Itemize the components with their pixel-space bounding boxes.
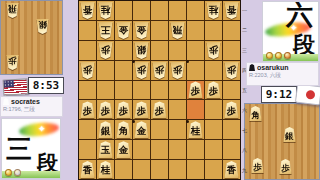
square-8h[interactable]: 玉 (97, 140, 114, 159)
square-6f[interactable]: 歩 (133, 100, 150, 119)
hand-piece-銀-white[interactable]: 銀 (36, 19, 49, 34)
dan-kanji-top: 六 (286, 2, 313, 29)
piece-glyph: 歩 (224, 62, 239, 79)
square-7b[interactable]: 金 (115, 21, 132, 40)
piece-桂-gote[interactable]: 桂 (98, 2, 113, 19)
medal-icon (5, 169, 12, 176)
square-3f[interactable] (187, 100, 204, 119)
square-9h[interactable] (79, 140, 96, 159)
square-5e[interactable] (151, 81, 168, 100)
square-2a[interactable]: 桂 (205, 1, 222, 20)
square-6a[interactable] (133, 1, 150, 20)
square-9g[interactable] (79, 120, 96, 139)
square-8d[interactable] (97, 61, 114, 80)
rank-label-9: 九 (241, 167, 248, 173)
dan-kanji-top: 三 (6, 137, 32, 163)
square-8b[interactable]: 王 (97, 21, 114, 40)
square-5h[interactable] (151, 140, 168, 159)
square-4f[interactable] (169, 100, 186, 119)
square-1b[interactable] (223, 21, 240, 40)
piece-歩-sente[interactable]: 歩 (152, 101, 167, 118)
square-4b[interactable]: 飛 (169, 21, 186, 40)
united-states-flag-icon (3, 78, 29, 95)
rank-label-1: 一 (241, 7, 248, 13)
hoshi-dot (186, 60, 189, 63)
square-3e[interactable]: 歩 (187, 81, 204, 100)
square-8g[interactable]: 銀 (97, 120, 114, 139)
square-2h[interactable] (205, 140, 222, 159)
japan-flag-disc (305, 90, 315, 100)
square-2g[interactable] (205, 120, 222, 139)
piece-香-sente[interactable]: 香 (224, 161, 239, 178)
piece-香-gote[interactable]: 香 (80, 2, 95, 19)
piece-glyph: 王 (98, 22, 113, 39)
piece-glyph: 歩 (116, 101, 131, 118)
square-6e[interactable] (133, 81, 150, 100)
right-player-name-row: osarukun (249, 64, 316, 71)
square-2f[interactable] (205, 100, 222, 119)
piece-歩-sente[interactable]: 歩 (188, 81, 203, 98)
piece-歩-gote[interactable]: 歩 (80, 62, 95, 79)
piece-歩-sente[interactable]: 歩 (80, 101, 95, 118)
rank-certificate-rokudan: ✦ 六 段 (262, 1, 319, 62)
gote-piece-icon (3, 98, 9, 105)
square-3b[interactable] (187, 21, 204, 40)
sparkle-icon: ✦ (38, 124, 46, 134)
square-9d[interactable]: 歩 (79, 61, 96, 80)
piece-桂-sente[interactable]: 桂 (188, 121, 203, 138)
piece-金-sente[interactable]: 金 (134, 121, 149, 138)
square-4h[interactable] (169, 140, 186, 159)
piece-歩-gote[interactable]: 歩 (98, 42, 113, 59)
square-7f[interactable]: 歩 (115, 100, 132, 119)
piece-glyph: 歩 (279, 159, 292, 174)
medal-icon (266, 52, 273, 59)
piece-glyph: 歩 (98, 101, 113, 118)
square-9f[interactable]: 歩 (79, 100, 96, 119)
piece-glyph: 金 (134, 121, 149, 138)
piece-玉-sente[interactable]: 玉 (98, 141, 113, 158)
piece-glyph: 歩 (134, 62, 149, 79)
piece-glyph: 歩 (80, 101, 95, 118)
medal-icons (5, 169, 21, 176)
piece-glyph: 飛 (170, 22, 185, 39)
square-1h[interactable] (223, 140, 240, 159)
piece-金-sente[interactable]: 金 (116, 141, 131, 158)
piece-歩-sente[interactable]: 歩 (206, 81, 221, 98)
square-8f[interactable]: 歩 (97, 100, 114, 119)
piece-glyph: 飛 (6, 3, 19, 18)
medal-icon (275, 52, 282, 59)
square-3i[interactable] (187, 160, 204, 179)
piece-glyph: 桂 (188, 121, 203, 138)
left-player-rating: R:1796, 三段 (3, 106, 60, 113)
rank-label-8: 八 (241, 147, 248, 153)
square-1d[interactable]: 歩 (223, 61, 240, 80)
piece-glyph: 歩 (224, 101, 239, 118)
square-9a[interactable]: 香 (79, 1, 96, 20)
square-5d[interactable]: 歩 (151, 61, 168, 80)
piece-歩-sente[interactable]: 歩 (116, 101, 131, 118)
piece-glyph: 歩 (170, 62, 185, 79)
medal-icons (266, 52, 291, 59)
square-7c[interactable] (115, 41, 132, 60)
piece-glyph: 香 (224, 2, 239, 19)
piece-香-sente[interactable]: 香 (80, 161, 95, 178)
rank-label-2: 二 (241, 27, 248, 33)
piece-glyph: 歩 (206, 81, 221, 98)
piece-金-gote[interactable]: 金 (116, 22, 131, 39)
piece-飛-gote[interactable]: 飛 (170, 22, 185, 39)
hand-piece-角-black[interactable]: 角 (249, 106, 262, 121)
left-player-name: socrates (11, 98, 40, 105)
piece-角-sente[interactable]: 角 (116, 121, 131, 138)
left-player-panel: socrates R:1796, 三段 (0, 96, 63, 117)
square-4i[interactable] (169, 160, 186, 179)
square-1e[interactable] (223, 81, 240, 100)
square-8i[interactable]: 桂 (97, 160, 114, 179)
rank-certificate-sandan: ✦ 三 段 (1, 118, 61, 179)
sente-piece-icon (249, 64, 255, 71)
piece-glyph: 銀 (36, 19, 49, 34)
piece-銀-gote[interactable]: 銀 (134, 42, 149, 59)
hand-piece-歩-white[interactable]: 歩 (6, 55, 19, 70)
square-9b[interactable] (79, 21, 96, 40)
square-4e[interactable] (169, 81, 186, 100)
piece-glyph: 香 (224, 161, 239, 178)
piece-歩-gote[interactable]: 歩 (170, 62, 185, 79)
square-3g[interactable]: 桂 (187, 120, 204, 139)
hand-piece-飛-white[interactable]: 飛 (6, 3, 19, 18)
rank-label-6: 六 (241, 107, 248, 113)
hand-piece-歩-black[interactable]: 歩 (279, 159, 292, 174)
piece-金-gote[interactable]: 金 (134, 22, 149, 39)
square-7d[interactable] (115, 61, 132, 80)
piece-glyph: 歩 (152, 101, 167, 118)
left-player-clock: 8:53 (28, 77, 64, 94)
us-flag-canton (4, 80, 14, 88)
square-6h[interactable] (133, 140, 150, 159)
right-player-panel: osarukun R:2203, 六段 (246, 62, 319, 86)
square-6g[interactable]: 金 (133, 120, 150, 139)
square-3d[interactable] (187, 61, 204, 80)
square-2d[interactable] (205, 61, 222, 80)
square-8c[interactable]: 歩 (97, 41, 114, 60)
square-2b[interactable] (205, 21, 222, 40)
piece-glyph: 歩 (6, 55, 19, 70)
piece-歩-gote[interactable]: 歩 (134, 62, 149, 79)
piece-王-gote[interactable]: 王 (98, 22, 113, 39)
square-7e[interactable] (115, 81, 132, 100)
piece-glyph: 銀 (283, 127, 296, 142)
square-3c[interactable] (187, 41, 204, 60)
piece-glyph: 桂 (206, 2, 221, 19)
square-2e[interactable]: 歩 (205, 81, 222, 100)
piece-glyph: 金 (134, 22, 149, 39)
piece-歩-sente[interactable]: 歩 (98, 101, 113, 118)
piece-glyph: 銀 (134, 42, 149, 59)
piece-glyph: 歩 (251, 158, 264, 173)
piece-銀-sente[interactable]: 銀 (98, 121, 113, 138)
piece-glyph: 歩 (206, 42, 221, 59)
square-9i[interactable]: 香 (79, 160, 96, 179)
piece-glyph: 香 (80, 161, 95, 178)
square-1i[interactable]: 香 (223, 160, 240, 179)
square-8a[interactable]: 桂 (97, 1, 114, 20)
square-4d[interactable]: 歩 (169, 61, 186, 80)
left-player-name-row: socrates (3, 98, 60, 105)
square-2i[interactable] (205, 160, 222, 179)
right-player-name: osarukun (257, 64, 289, 71)
square-4g[interactable] (169, 120, 186, 139)
piece-glyph: 桂 (98, 2, 113, 19)
piece-glyph: 金 (116, 22, 131, 39)
square-6c[interactable]: 銀 (133, 41, 150, 60)
square-7a[interactable] (115, 1, 132, 20)
piece-glyph: 銀 (98, 121, 113, 138)
square-7h[interactable]: 金 (115, 140, 132, 159)
square-5f[interactable]: 歩 (151, 100, 168, 119)
square-5i[interactable] (151, 160, 168, 179)
rank-label-5: 五 (241, 87, 248, 93)
square-3a[interactable] (187, 1, 204, 20)
piece-glyph: 歩 (80, 62, 95, 79)
square-5a[interactable] (151, 1, 168, 20)
square-6i[interactable] (133, 160, 150, 179)
square-9c[interactable] (79, 41, 96, 60)
hand-piece-銀-black[interactable]: 銀 (283, 127, 296, 142)
piece-glyph: 桂 (98, 161, 113, 178)
square-8e[interactable] (97, 81, 114, 100)
piece-glyph: 歩 (152, 62, 167, 79)
square-4c[interactable] (169, 41, 186, 60)
shogi-app-window: 香桂桂香王金金飛歩銀歩歩歩歩歩歩歩歩歩歩歩歩歩歩銀角金桂玉金香桂香 一二三四五六… (0, 0, 320, 180)
square-2c[interactable]: 歩 (205, 41, 222, 60)
piece-glyph: 角 (116, 121, 131, 138)
square-7i[interactable] (115, 160, 132, 179)
japan-flag-icon (295, 84, 320, 106)
piece-glyph: 香 (80, 2, 95, 19)
piece-歩-gote[interactable]: 歩 (224, 62, 239, 79)
square-5b[interactable] (151, 21, 168, 40)
square-1c[interactable] (223, 41, 240, 60)
square-1a[interactable]: 香 (223, 1, 240, 20)
right-player-clock: 9:12 (261, 86, 297, 103)
square-6d[interactable]: 歩 (133, 61, 150, 80)
square-1f[interactable]: 歩 (223, 100, 240, 119)
piece-桂-gote[interactable]: 桂 (206, 2, 221, 19)
rank-label-3: 三 (241, 47, 248, 53)
hoshi-dot (186, 120, 189, 123)
piece-glyph: 歩 (134, 101, 149, 118)
square-6b[interactable]: 金 (133, 21, 150, 40)
piece-歩-sente[interactable]: 歩 (134, 101, 149, 118)
piece-glyph: 金 (116, 141, 131, 158)
piece-歩-sente[interactable]: 歩 (224, 101, 239, 118)
piece-歩-gote[interactable]: 歩 (206, 42, 221, 59)
dan-kanji-bottom: 段 (293, 34, 315, 56)
piece-glyph: 角 (249, 106, 262, 121)
medal-icon (284, 52, 291, 59)
rank-label-7: 七 (241, 127, 248, 133)
piece-glyph: 歩 (188, 81, 203, 98)
hoshi-dot (132, 120, 135, 123)
shogi-board: 香桂桂香王金金飛歩銀歩歩歩歩歩歩歩歩歩歩歩歩歩歩銀角金桂玉金香桂香 (78, 0, 241, 180)
square-7g[interactable]: 角 (115, 120, 132, 139)
square-9e[interactable] (79, 81, 96, 100)
hoshi-dot (132, 60, 135, 63)
square-3h[interactable] (187, 140, 204, 159)
hand-piece-歩-black[interactable]: 歩 (251, 158, 264, 173)
right-player-rating: R:2203, 六段 (249, 72, 316, 79)
piece-glyph: 歩 (98, 42, 113, 59)
piece-香-gote[interactable]: 香 (224, 2, 239, 19)
medal-icon (14, 169, 21, 176)
square-1g[interactable] (223, 120, 240, 139)
square-5c[interactable] (151, 41, 168, 60)
square-5g[interactable] (151, 120, 168, 139)
square-4a[interactable] (169, 1, 186, 20)
rank-labels: 一二三四五六七八九 (241, 0, 248, 180)
piece-桂-sente[interactable]: 桂 (98, 161, 113, 178)
piece-glyph: 玉 (98, 141, 113, 158)
piece-歩-gote[interactable]: 歩 (152, 62, 167, 79)
